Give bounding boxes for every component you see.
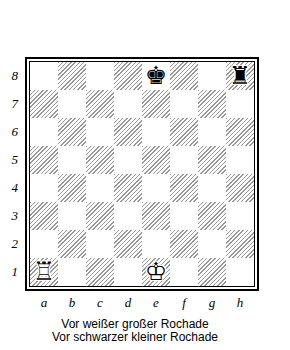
square-a2 bbox=[30, 230, 58, 258]
square-e5 bbox=[142, 146, 170, 174]
square-c1 bbox=[86, 258, 114, 286]
square-g7 bbox=[198, 90, 226, 118]
square-a3 bbox=[30, 202, 58, 230]
square-g3 bbox=[198, 202, 226, 230]
square-d4 bbox=[114, 174, 142, 202]
piece-black-rook: ♜ bbox=[226, 62, 254, 90]
square-b4 bbox=[58, 174, 86, 202]
square-c5 bbox=[86, 146, 114, 174]
white-king-glyph: ♔ bbox=[142, 258, 170, 286]
rank-label-7: 7 bbox=[0, 90, 18, 118]
square-c3 bbox=[86, 202, 114, 230]
square-g5 bbox=[198, 146, 226, 174]
rank-label-1: 1 bbox=[0, 258, 18, 286]
square-c8 bbox=[86, 62, 114, 90]
square-e2 bbox=[142, 230, 170, 258]
white-rook-glyph: ♖ bbox=[30, 258, 58, 286]
piece-white-rook: ♜♖ bbox=[30, 258, 58, 286]
caption: Vor weißer großer Rochade Vor schwarzer … bbox=[0, 318, 270, 344]
square-a4 bbox=[30, 174, 58, 202]
square-b7 bbox=[58, 90, 86, 118]
square-b1 bbox=[58, 258, 86, 286]
file-label-f: f bbox=[170, 296, 198, 310]
rank-label-6: 6 bbox=[0, 118, 18, 146]
square-h5 bbox=[226, 146, 254, 174]
square-f2 bbox=[170, 230, 198, 258]
square-f7 bbox=[170, 90, 198, 118]
square-a6 bbox=[30, 118, 58, 146]
square-h2 bbox=[226, 230, 254, 258]
square-e6 bbox=[142, 118, 170, 146]
file-label-g: g bbox=[198, 296, 226, 310]
file-label-a: a bbox=[30, 296, 58, 310]
square-d6 bbox=[114, 118, 142, 146]
square-g8 bbox=[198, 62, 226, 90]
square-g4 bbox=[198, 174, 226, 202]
square-d2 bbox=[114, 230, 142, 258]
square-g6 bbox=[198, 118, 226, 146]
board: ♚♜♜♖♚♔ bbox=[29, 61, 255, 287]
square-h7 bbox=[226, 90, 254, 118]
square-g2 bbox=[198, 230, 226, 258]
square-f6 bbox=[170, 118, 198, 146]
square-b5 bbox=[58, 146, 86, 174]
square-d8 bbox=[114, 62, 142, 90]
square-b2 bbox=[58, 230, 86, 258]
square-h3 bbox=[226, 202, 254, 230]
square-a1: ♜♖ bbox=[30, 258, 58, 286]
file-label-h: h bbox=[226, 296, 254, 310]
square-a5 bbox=[30, 146, 58, 174]
black-king-glyph: ♚ bbox=[142, 62, 170, 90]
chess-diagram: ♚♜♜♖♚♔ Vor weißer großer Rochade Vor sch… bbox=[0, 0, 290, 350]
square-h1 bbox=[226, 258, 254, 286]
square-e4 bbox=[142, 174, 170, 202]
square-f1 bbox=[170, 258, 198, 286]
square-g1 bbox=[198, 258, 226, 286]
piece-white-king: ♚♔ bbox=[142, 258, 170, 286]
square-c7 bbox=[86, 90, 114, 118]
square-c6 bbox=[86, 118, 114, 146]
square-d7 bbox=[114, 90, 142, 118]
file-label-b: b bbox=[58, 296, 86, 310]
square-b3 bbox=[58, 202, 86, 230]
square-b6 bbox=[58, 118, 86, 146]
square-d1 bbox=[114, 258, 142, 286]
square-b8 bbox=[58, 62, 86, 90]
piece-black-king: ♚ bbox=[142, 62, 170, 90]
square-f4 bbox=[170, 174, 198, 202]
rank-label-2: 2 bbox=[0, 230, 18, 258]
square-a7 bbox=[30, 90, 58, 118]
square-c2 bbox=[86, 230, 114, 258]
rank-label-8: 8 bbox=[0, 62, 18, 90]
square-f8 bbox=[170, 62, 198, 90]
rank-label-5: 5 bbox=[0, 146, 18, 174]
square-e8: ♚ bbox=[142, 62, 170, 90]
rank-label-4: 4 bbox=[0, 174, 18, 202]
square-e3 bbox=[142, 202, 170, 230]
square-a8 bbox=[30, 62, 58, 90]
board-frame: ♚♜♜♖♚♔ bbox=[25, 57, 259, 291]
square-e7 bbox=[142, 90, 170, 118]
square-e1: ♚♔ bbox=[142, 258, 170, 286]
square-c4 bbox=[86, 174, 114, 202]
square-h4 bbox=[226, 174, 254, 202]
square-h8: ♜ bbox=[226, 62, 254, 90]
square-f5 bbox=[170, 146, 198, 174]
square-d3 bbox=[114, 202, 142, 230]
square-d5 bbox=[114, 146, 142, 174]
square-f3 bbox=[170, 202, 198, 230]
rank-label-3: 3 bbox=[0, 202, 18, 230]
black-rook-glyph: ♜ bbox=[226, 62, 254, 90]
square-h6 bbox=[226, 118, 254, 146]
file-label-d: d bbox=[114, 296, 142, 310]
file-label-c: c bbox=[86, 296, 114, 310]
caption-line-2: Vor schwarzer kleiner Rochade bbox=[0, 331, 270, 344]
file-label-e: e bbox=[142, 296, 170, 310]
